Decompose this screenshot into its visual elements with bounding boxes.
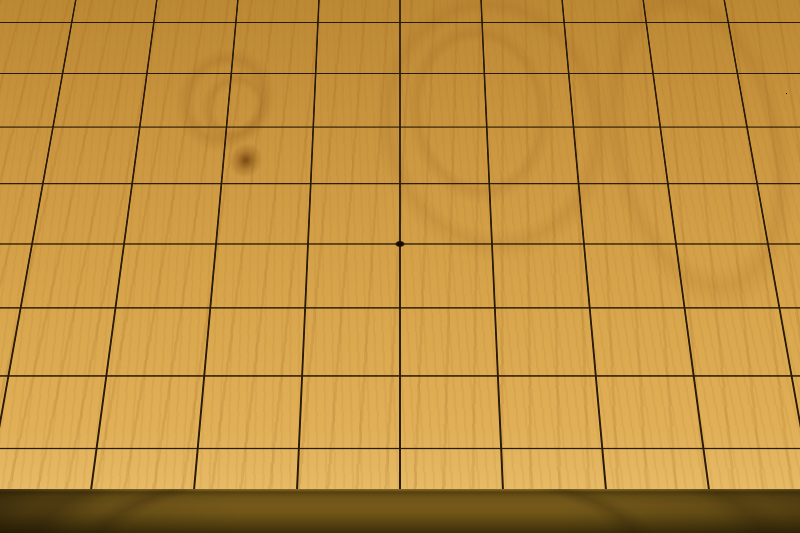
go-board-surface <box>0 0 800 490</box>
board-front-edge <box>0 489 800 533</box>
star-point-hoshi <box>396 241 405 247</box>
board-front-edge-shadow <box>0 489 800 533</box>
go-board-photo <box>0 0 800 533</box>
